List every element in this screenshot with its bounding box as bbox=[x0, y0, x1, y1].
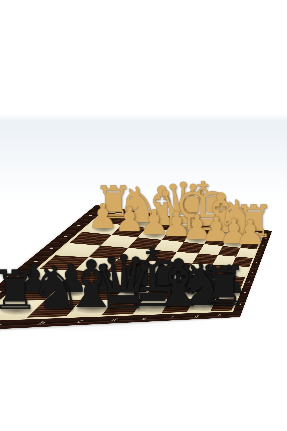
far-border-dot bbox=[166, 217, 169, 218]
left-border-dot bbox=[0, 291, 2, 293]
right-border-dot bbox=[262, 245, 264, 246]
left-border-dot bbox=[64, 236, 68, 237]
far-border-dot bbox=[144, 214, 147, 215]
right-border-dot bbox=[248, 281, 250, 282]
right-border-dot bbox=[252, 272, 254, 273]
far-border-dot bbox=[224, 225, 226, 226]
chess-board: abcdefgh bbox=[0, 205, 272, 332]
file-letter-g: g bbox=[194, 314, 199, 317]
backdrop-seam bbox=[0, 114, 287, 204]
far-border-dot bbox=[240, 228, 242, 229]
right-border-dot bbox=[244, 292, 246, 293]
far-border-dot bbox=[187, 220, 190, 221]
file-letter-h: h bbox=[217, 314, 221, 317]
file-letter-f: f bbox=[170, 315, 174, 318]
file-letter-d: d bbox=[110, 318, 117, 322]
file-letter-b: b bbox=[37, 321, 47, 325]
chess-set-photo: abcdefgh ♜♞♝♛♚♝♞♜♟♟♟♟♟♟♟♟♟♟♟♟♟♟♟♟♜♞♝♛♚♝♞… bbox=[0, 0, 287, 431]
square-h5 bbox=[227, 266, 249, 277]
right-border-dot bbox=[239, 304, 241, 305]
left-border-dot bbox=[49, 247, 54, 248]
left-border-dot bbox=[33, 261, 38, 263]
far-border-dot bbox=[120, 210, 123, 211]
far-border-dot bbox=[256, 230, 258, 231]
left-border-dot bbox=[89, 215, 93, 216]
right-border-dot bbox=[259, 254, 261, 255]
file-letter-a: a bbox=[0, 322, 4, 327]
right-border-dot bbox=[265, 238, 267, 239]
file-letter-c: c bbox=[76, 319, 84, 323]
far-border-dot bbox=[206, 223, 208, 224]
right-border-dot bbox=[255, 262, 257, 263]
left-border-dot bbox=[77, 225, 81, 226]
file-letter-e: e bbox=[141, 317, 147, 321]
left-border-dot bbox=[16, 275, 22, 277]
